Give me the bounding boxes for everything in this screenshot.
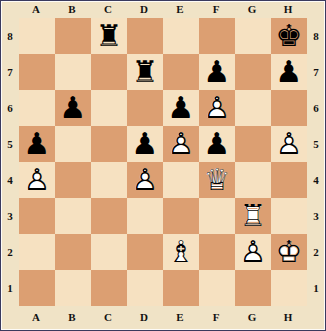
white-pawn: ♙ — [235, 234, 271, 270]
chess-board: ♜♚♜♟♟♟♟♟♙♟♟♟♙♟♟♙♟♙♟♙♛♕♜♖♝♗♟♙♚♔ — [19, 18, 307, 306]
square-c6[interactable] — [91, 90, 127, 126]
file-label-bottom-h: H — [270, 309, 306, 326]
black-pawn: ♟ — [199, 54, 235, 90]
file-label-top-h: H — [270, 1, 306, 18]
white-pawn-fill: ♟ — [235, 234, 271, 270]
square-c7[interactable] — [91, 54, 127, 90]
black-pawn: ♟ — [199, 126, 235, 162]
rank-label-right-5: 5 — [307, 126, 325, 162]
square-g8[interactable] — [235, 18, 271, 54]
square-e7[interactable] — [163, 54, 199, 90]
file-label-top-b: B — [54, 1, 90, 18]
square-b3[interactable] — [55, 198, 91, 234]
file-label-bottom-c: C — [90, 309, 126, 326]
square-d6[interactable] — [127, 90, 163, 126]
square-h4[interactable] — [271, 162, 307, 198]
black-rook: ♜ — [127, 54, 163, 90]
square-c2[interactable] — [91, 234, 127, 270]
white-pawn: ♙ — [199, 90, 235, 126]
file-label-top-c: C — [90, 1, 126, 18]
square-e3[interactable] — [163, 198, 199, 234]
file-label-top-g: G — [234, 1, 270, 18]
white-king: ♔ — [271, 234, 307, 270]
square-d5[interactable]: ♟ — [127, 126, 163, 162]
file-label-bottom-a: A — [18, 309, 54, 326]
white-bishop: ♗ — [163, 234, 199, 270]
black-pawn: ♟ — [271, 54, 307, 90]
rank-label-right-2: 2 — [307, 234, 325, 270]
square-f4[interactable]: ♛♕ — [199, 162, 235, 198]
square-a5[interactable]: ♟ — [19, 126, 55, 162]
square-h7[interactable]: ♟ — [271, 54, 307, 90]
square-e4[interactable] — [163, 162, 199, 198]
square-b2[interactable] — [55, 234, 91, 270]
square-b5[interactable] — [55, 126, 91, 162]
square-h6[interactable] — [271, 90, 307, 126]
file-label-top-d: D — [126, 1, 162, 18]
white-pawn-fill: ♟ — [271, 126, 307, 162]
square-h3[interactable] — [271, 198, 307, 234]
rank-label-left-1: 1 — [1, 270, 19, 306]
square-c4[interactable] — [91, 162, 127, 198]
rank-label-right-1: 1 — [307, 270, 325, 306]
file-label-bottom-d: D — [126, 309, 162, 326]
square-g5[interactable] — [235, 126, 271, 162]
square-g3[interactable]: ♜♖ — [235, 198, 271, 234]
square-b6[interactable]: ♟ — [55, 90, 91, 126]
white-pawn-fill: ♟ — [199, 90, 235, 126]
square-e6[interactable]: ♟ — [163, 90, 199, 126]
black-pawn: ♟ — [127, 126, 163, 162]
rank-label-left-3: 3 — [1, 198, 19, 234]
rank-label-left-7: 7 — [1, 54, 19, 90]
white-queen: ♕ — [199, 162, 235, 198]
square-a2[interactable] — [19, 234, 55, 270]
square-f7[interactable]: ♟ — [199, 54, 235, 90]
square-f5[interactable]: ♟ — [199, 126, 235, 162]
black-king: ♚ — [271, 18, 307, 54]
white-pawn: ♙ — [19, 162, 55, 198]
square-d8[interactable] — [127, 18, 163, 54]
square-c1[interactable] — [91, 270, 127, 306]
file-label-bottom-f: F — [198, 309, 234, 326]
square-b7[interactable] — [55, 54, 91, 90]
file-label-top-e: E — [162, 1, 198, 18]
black-pawn: ♟ — [55, 90, 91, 126]
square-g2[interactable]: ♟♙ — [235, 234, 271, 270]
white-pawn: ♙ — [271, 126, 307, 162]
white-pawn: ♙ — [163, 126, 199, 162]
square-a6[interactable] — [19, 90, 55, 126]
white-pawn-fill: ♟ — [163, 126, 199, 162]
rank-label-left-2: 2 — [1, 234, 19, 270]
square-a8[interactable] — [19, 18, 55, 54]
square-d4[interactable]: ♟♙ — [127, 162, 163, 198]
rank-label-left-8: 8 — [1, 18, 19, 54]
black-pawn: ♟ — [19, 126, 55, 162]
square-b8[interactable] — [55, 18, 91, 54]
rank-label-right-4: 4 — [307, 162, 325, 198]
square-g7[interactable] — [235, 54, 271, 90]
file-label-bottom-g: G — [234, 309, 270, 326]
white-pawn-fill: ♟ — [127, 162, 163, 198]
square-d1[interactable] — [127, 270, 163, 306]
square-b4[interactable] — [55, 162, 91, 198]
square-a4[interactable]: ♟♙ — [19, 162, 55, 198]
square-b1[interactable] — [55, 270, 91, 306]
square-h5[interactable]: ♟♙ — [271, 126, 307, 162]
rank-label-left-5: 5 — [1, 126, 19, 162]
square-c8[interactable]: ♜ — [91, 18, 127, 54]
white-rook: ♖ — [235, 198, 271, 234]
square-c3[interactable] — [91, 198, 127, 234]
white-queen-fill: ♛ — [199, 162, 235, 198]
square-h2[interactable]: ♚♔ — [271, 234, 307, 270]
square-g1[interactable] — [235, 270, 271, 306]
rank-label-right-6: 6 — [307, 90, 325, 126]
square-d3[interactable] — [127, 198, 163, 234]
white-pawn: ♙ — [127, 162, 163, 198]
square-g6[interactable] — [235, 90, 271, 126]
rank-label-left-4: 4 — [1, 162, 19, 198]
square-g4[interactable] — [235, 162, 271, 198]
square-d2[interactable] — [127, 234, 163, 270]
square-h1[interactable] — [271, 270, 307, 306]
black-pawn: ♟ — [163, 90, 199, 126]
white-pawn-fill: ♟ — [19, 162, 55, 198]
rank-label-right-3: 3 — [307, 198, 325, 234]
square-h8[interactable]: ♚ — [271, 18, 307, 54]
square-f1[interactable] — [199, 270, 235, 306]
rank-label-left-6: 6 — [1, 90, 19, 126]
white-king-fill: ♚ — [271, 234, 307, 270]
square-d7[interactable]: ♜ — [127, 54, 163, 90]
square-f2[interactable] — [199, 234, 235, 270]
file-label-bottom-b: B — [54, 309, 90, 326]
square-e5[interactable]: ♟♙ — [163, 126, 199, 162]
file-label-bottom-e: E — [162, 309, 198, 326]
chess-diagram: ABCDEFGH ABCDEFGH 87654321 87654321 ♜♚♜♟… — [0, 0, 326, 331]
black-rook: ♜ — [91, 18, 127, 54]
square-a1[interactable] — [19, 270, 55, 306]
square-e1[interactable] — [163, 270, 199, 306]
rank-label-right-8: 8 — [307, 18, 325, 54]
white-bishop-fill: ♝ — [163, 234, 199, 270]
square-c5[interactable] — [91, 126, 127, 162]
file-label-top-f: F — [198, 1, 234, 18]
square-f3[interactable] — [199, 198, 235, 234]
white-rook-fill: ♜ — [235, 198, 271, 234]
square-e8[interactable] — [163, 18, 199, 54]
square-f6[interactable]: ♟♙ — [199, 90, 235, 126]
rank-label-right-7: 7 — [307, 54, 325, 90]
square-a7[interactable] — [19, 54, 55, 90]
file-label-top-a: A — [18, 1, 54, 18]
square-a3[interactable] — [19, 198, 55, 234]
square-f8[interactable] — [199, 18, 235, 54]
square-e2[interactable]: ♝♗ — [163, 234, 199, 270]
